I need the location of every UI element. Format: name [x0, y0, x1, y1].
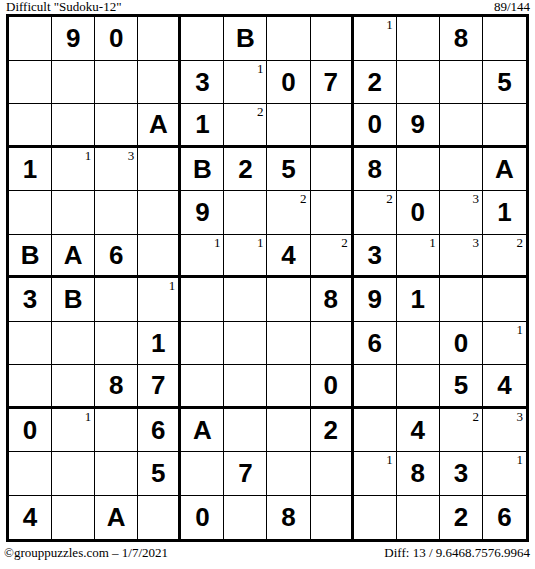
cell-r11c1[interactable] [9, 452, 52, 496]
cell-r10c9[interactable] [354, 409, 397, 453]
cell-value: B [64, 286, 83, 312]
cell-r1c7[interactable] [267, 17, 310, 61]
cell-value: 0 [367, 111, 381, 137]
pencil-mark: 2 [472, 410, 479, 423]
cell-r12c8[interactable] [311, 496, 354, 540]
cell-r7c3[interactable] [95, 278, 138, 322]
cell-r12c2[interactable] [52, 496, 95, 540]
cell-r1c8[interactable] [311, 17, 354, 61]
pencil-mark: 2 [341, 236, 348, 249]
cell-r8c6[interactable] [224, 322, 267, 366]
pencil-mark: 1 [169, 279, 176, 292]
difficulty-text: Diff: 13 / 9.6468.7576.9964 [384, 545, 530, 561]
cell-r2c3[interactable] [95, 61, 138, 105]
cell-r11c7[interactable] [267, 452, 310, 496]
cell-r3c11[interactable] [440, 104, 483, 148]
cell-r7c1[interactable]: 3 [9, 278, 52, 322]
cell-r11c5[interactable] [181, 452, 224, 496]
cell-r3c4[interactable]: A [138, 104, 181, 148]
pencil-mark: 3 [128, 149, 135, 162]
cell-value: A [107, 504, 126, 530]
cell-r5c11[interactable]: 3 [440, 191, 483, 235]
cell-value: 3 [454, 460, 468, 486]
cell-r10c4[interactable]: 6 [138, 409, 181, 453]
cell-value: 9 [195, 199, 209, 225]
cell-r7c6[interactable] [224, 278, 267, 322]
cell-r4c3[interactable]: 3 [95, 148, 138, 192]
cell-value: B [21, 242, 40, 268]
cell-r7c2[interactable]: B [52, 278, 95, 322]
cell-value: 3 [195, 69, 209, 95]
cell-r8c4[interactable]: 1 [138, 322, 181, 366]
cell-r5c5[interactable]: 9 [181, 191, 224, 235]
cell-r9c1[interactable] [9, 365, 52, 409]
cell-r6c11[interactable]: 3 [440, 235, 483, 279]
cell-r3c9[interactable]: 0 [354, 104, 397, 148]
cell-value: 0 [23, 417, 37, 443]
cell-r6c4[interactable] [138, 235, 181, 279]
cell-r9c10[interactable] [397, 365, 440, 409]
cell-value: A [64, 242, 83, 268]
cell-r1c9[interactable]: 1 [354, 17, 397, 61]
cell-value: 0 [195, 504, 209, 530]
cell-r11c9[interactable]: 1 [354, 452, 397, 496]
cell-r2c5[interactable]: 3 [181, 61, 224, 105]
pencil-mark: 1 [85, 149, 92, 162]
cell-r11c2[interactable] [52, 452, 95, 496]
cell-r4c10[interactable] [397, 148, 440, 192]
cell-r2c12[interactable]: 5 [483, 61, 526, 105]
cell-r8c11[interactable]: 0 [440, 322, 483, 366]
cell-r9c2[interactable] [52, 365, 95, 409]
cell-r12c3[interactable]: A [95, 496, 138, 540]
cell-r10c10[interactable]: 4 [397, 409, 440, 453]
cell-r8c2[interactable] [52, 322, 95, 366]
cell-value: 8 [323, 286, 337, 312]
cell-value: 1 [411, 286, 425, 312]
cell-value: 7 [238, 460, 252, 486]
cell-r12c1[interactable]: 4 [9, 496, 52, 540]
cell-r10c2[interactable]: 1 [52, 409, 95, 453]
footer-bar: ©grouppuzzles.com – 1/7/2021 Diff: 13 / … [4, 545, 530, 565]
cell-r10c5[interactable]: A [181, 409, 224, 453]
cell-r6c12[interactable]: 2 [483, 235, 526, 279]
cell-value: 8 [281, 504, 295, 530]
cell-r12c11[interactable]: 2 [440, 496, 483, 540]
cell-value: 5 [497, 69, 511, 95]
pencil-mark: 1 [214, 236, 221, 249]
pencil-mark: 1 [516, 453, 523, 466]
pencil-mark: 1 [257, 236, 264, 249]
cell-r3c3[interactable] [95, 104, 138, 148]
cell-r11c10[interactable]: 8 [397, 452, 440, 496]
cell-r2c8[interactable]: 7 [311, 61, 354, 105]
cell-r9c7[interactable] [267, 365, 310, 409]
cell-value: 6 [367, 330, 381, 356]
cell-r3c6[interactable]: 2 [224, 104, 267, 148]
cell-value: 4 [411, 417, 425, 443]
cell-r10c7[interactable] [267, 409, 310, 453]
cell-r5c2[interactable] [52, 191, 95, 235]
cell-value: 1 [151, 330, 165, 356]
cell-value: A [495, 156, 514, 182]
cell-value: 4 [281, 242, 295, 268]
cell-r10c8[interactable]: 2 [311, 409, 354, 453]
cell-r7c7[interactable] [267, 278, 310, 322]
cell-value: 2 [323, 417, 337, 443]
pencil-mark: 1 [429, 236, 436, 249]
cell-r3c8[interactable] [311, 104, 354, 148]
cell-r4c9[interactable]: 8 [354, 148, 397, 192]
cell-r10c12[interactable]: 3 [483, 409, 526, 453]
cell-r7c8[interactable]: 8 [311, 278, 354, 322]
cell-value: B [193, 156, 212, 182]
cell-r8c8[interactable] [311, 322, 354, 366]
cell-r5c4[interactable] [138, 191, 181, 235]
cell-r6c9[interactable]: 3 [354, 235, 397, 279]
cell-value: A [193, 417, 212, 443]
cell-r4c1[interactable]: 1 [9, 148, 52, 192]
cell-value: 7 [323, 69, 337, 95]
cell-value: 2 [238, 156, 252, 182]
pencil-mark: 2 [257, 105, 264, 118]
cell-r1c1[interactable] [9, 17, 52, 61]
page-title: Difficult "Sudoku-12" [6, 0, 121, 14]
cell-r8c9[interactable]: 6 [354, 322, 397, 366]
cell-r1c6[interactable]: B [224, 17, 267, 61]
cell-r4c12[interactable]: A [483, 148, 526, 192]
cell-r5c8[interactable] [311, 191, 354, 235]
cell-r8c7[interactable] [267, 322, 310, 366]
cell-r2c7[interactable]: 0 [267, 61, 310, 105]
cell-r8c10[interactable] [397, 322, 440, 366]
cell-r7c11[interactable] [440, 278, 483, 322]
cell-r4c2[interactable]: 1 [52, 148, 95, 192]
cell-r8c3[interactable] [95, 322, 138, 366]
cell-r5c3[interactable] [95, 191, 138, 235]
cell-r4c11[interactable] [440, 148, 483, 192]
cell-value: 8 [411, 460, 425, 486]
cell-r4c5[interactable]: B [181, 148, 224, 192]
cell-value: 3 [367, 242, 381, 268]
cell-r7c4[interactable]: 1 [138, 278, 181, 322]
cell-r12c4[interactable] [138, 496, 181, 540]
cell-r8c1[interactable] [9, 322, 52, 366]
cell-r5c1[interactable] [9, 191, 52, 235]
cell-r2c1[interactable] [9, 61, 52, 105]
cell-r6c2[interactable]: A [52, 235, 95, 279]
cell-r2c9[interactable]: 2 [354, 61, 397, 105]
cell-r6c8[interactable]: 2 [311, 235, 354, 279]
cell-r1c4[interactable] [138, 17, 181, 61]
cell-value: 0 [454, 330, 468, 356]
cell-r6c3[interactable]: 6 [95, 235, 138, 279]
header-bar: Difficult "Sudoku-12" 89/144 [6, 0, 530, 14]
cell-value: 1 [497, 199, 511, 225]
cell-r9c8[interactable]: 0 [311, 365, 354, 409]
cell-r2c6[interactable]: 1 [224, 61, 267, 105]
cell-value: 6 [497, 504, 511, 530]
cell-r11c6[interactable]: 7 [224, 452, 267, 496]
cell-r2c10[interactable] [397, 61, 440, 105]
cell-r12c6[interactable] [224, 496, 267, 540]
cell-value: 2 [454, 504, 468, 530]
cell-r6c5[interactable]: 1 [181, 235, 224, 279]
cell-r3c1[interactable] [9, 104, 52, 148]
cell-r11c12[interactable]: 1 [483, 452, 526, 496]
cell-r5c12[interactable]: 1 [483, 191, 526, 235]
cell-r6c10[interactable]: 1 [397, 235, 440, 279]
cell-r10c1[interactable]: 0 [9, 409, 52, 453]
cell-value: 4 [23, 504, 37, 530]
cell-r4c6[interactable]: 2 [224, 148, 267, 192]
cell-r12c9[interactable] [354, 496, 397, 540]
cell-r5c7[interactable]: 2 [267, 191, 310, 235]
copyright-text: ©grouppuzzles.com – 1/7/2021 [4, 545, 168, 561]
cell-r6c1[interactable]: B [9, 235, 52, 279]
cell-value: 0 [323, 372, 337, 398]
cell-value: 5 [281, 156, 295, 182]
cell-value: 5 [454, 372, 468, 398]
puzzle-counter: 89/144 [494, 0, 530, 14]
cell-r7c9[interactable]: 9 [354, 278, 397, 322]
cell-r10c11[interactable]: 2 [440, 409, 483, 453]
cell-r8c12[interactable]: 1 [483, 322, 526, 366]
sudoku-grid: 90B18310725A1209113B258A922031BA61142313… [6, 14, 529, 542]
cell-value: 1 [23, 156, 37, 182]
pencil-mark: 3 [516, 410, 523, 423]
cell-r12c7[interactable]: 8 [267, 496, 310, 540]
cell-value: 0 [281, 69, 295, 95]
cell-value: 6 [109, 242, 123, 268]
cell-value: B [236, 25, 255, 51]
cell-r10c6[interactable] [224, 409, 267, 453]
cell-value: 0 [411, 199, 425, 225]
pencil-mark: 2 [300, 192, 307, 205]
cell-r6c6[interactable]: 1 [224, 235, 267, 279]
cell-r1c11[interactable]: 8 [440, 17, 483, 61]
cell-r7c10[interactable]: 1 [397, 278, 440, 322]
cell-r4c8[interactable] [311, 148, 354, 192]
pencil-mark: 1 [386, 18, 393, 31]
pencil-mark: 1 [386, 453, 393, 466]
cell-r9c12[interactable]: 4 [483, 365, 526, 409]
cell-value: 3 [23, 286, 37, 312]
cell-r9c3[interactable]: 8 [95, 365, 138, 409]
cell-r3c10[interactable]: 9 [397, 104, 440, 148]
cell-value: 9 [411, 111, 425, 137]
cell-r9c11[interactable]: 5 [440, 365, 483, 409]
cell-r5c6[interactable] [224, 191, 267, 235]
pencil-mark: 1 [516, 323, 523, 336]
cell-r2c11[interactable] [440, 61, 483, 105]
cell-r7c12[interactable] [483, 278, 526, 322]
cell-r11c8[interactable] [311, 452, 354, 496]
cell-r1c5[interactable] [181, 17, 224, 61]
cell-r1c2[interactable]: 9 [52, 17, 95, 61]
cell-r1c10[interactable] [397, 17, 440, 61]
cell-r11c4[interactable]: 5 [138, 452, 181, 496]
cell-r4c7[interactable]: 5 [267, 148, 310, 192]
cell-value: 5 [151, 460, 165, 486]
cell-r5c9[interactable]: 2 [354, 191, 397, 235]
cell-value: 9 [367, 286, 381, 312]
cell-r3c12[interactable] [483, 104, 526, 148]
cell-value: 0 [109, 25, 123, 51]
cell-r2c2[interactable] [52, 61, 95, 105]
cell-r11c3[interactable] [95, 452, 138, 496]
cell-value: 4 [497, 372, 511, 398]
cell-value: 8 [454, 25, 468, 51]
pencil-mark: 1 [257, 62, 264, 75]
cell-r5c10[interactable]: 0 [397, 191, 440, 235]
cell-value: 8 [109, 372, 123, 398]
cell-value: 8 [367, 156, 381, 182]
cell-r1c12[interactable] [483, 17, 526, 61]
cell-r1c3[interactable]: 0 [95, 17, 138, 61]
cell-r6c7[interactable]: 4 [267, 235, 310, 279]
cell-r3c5[interactable]: 1 [181, 104, 224, 148]
cell-r7c5[interactable] [181, 278, 224, 322]
cell-r3c7[interactable] [267, 104, 310, 148]
cell-value: 7 [151, 372, 165, 398]
cell-r9c6[interactable] [224, 365, 267, 409]
pencil-mark: 1 [85, 410, 92, 423]
cell-r9c5[interactable] [181, 365, 224, 409]
cell-r9c9[interactable] [354, 365, 397, 409]
cell-value: A [149, 111, 168, 137]
cell-r11c11[interactable]: 3 [440, 452, 483, 496]
cell-value: 9 [66, 25, 80, 51]
cell-r8c5[interactable] [181, 322, 224, 366]
cell-r12c5[interactable]: 0 [181, 496, 224, 540]
pencil-mark: 2 [516, 236, 523, 249]
cell-r12c12[interactable]: 6 [483, 496, 526, 540]
pencil-mark: 3 [472, 192, 479, 205]
cell-r12c10[interactable] [397, 496, 440, 540]
cell-r4c4[interactable] [138, 148, 181, 192]
cell-r10c3[interactable] [95, 409, 138, 453]
cell-value: 1 [195, 111, 209, 137]
pencil-mark: 2 [386, 192, 393, 205]
cell-value: 2 [367, 69, 381, 95]
cell-r3c2[interactable] [52, 104, 95, 148]
cell-r2c4[interactable] [138, 61, 181, 105]
pencil-mark: 3 [472, 236, 479, 249]
cell-r9c4[interactable]: 7 [138, 365, 181, 409]
cell-value: 6 [151, 417, 165, 443]
